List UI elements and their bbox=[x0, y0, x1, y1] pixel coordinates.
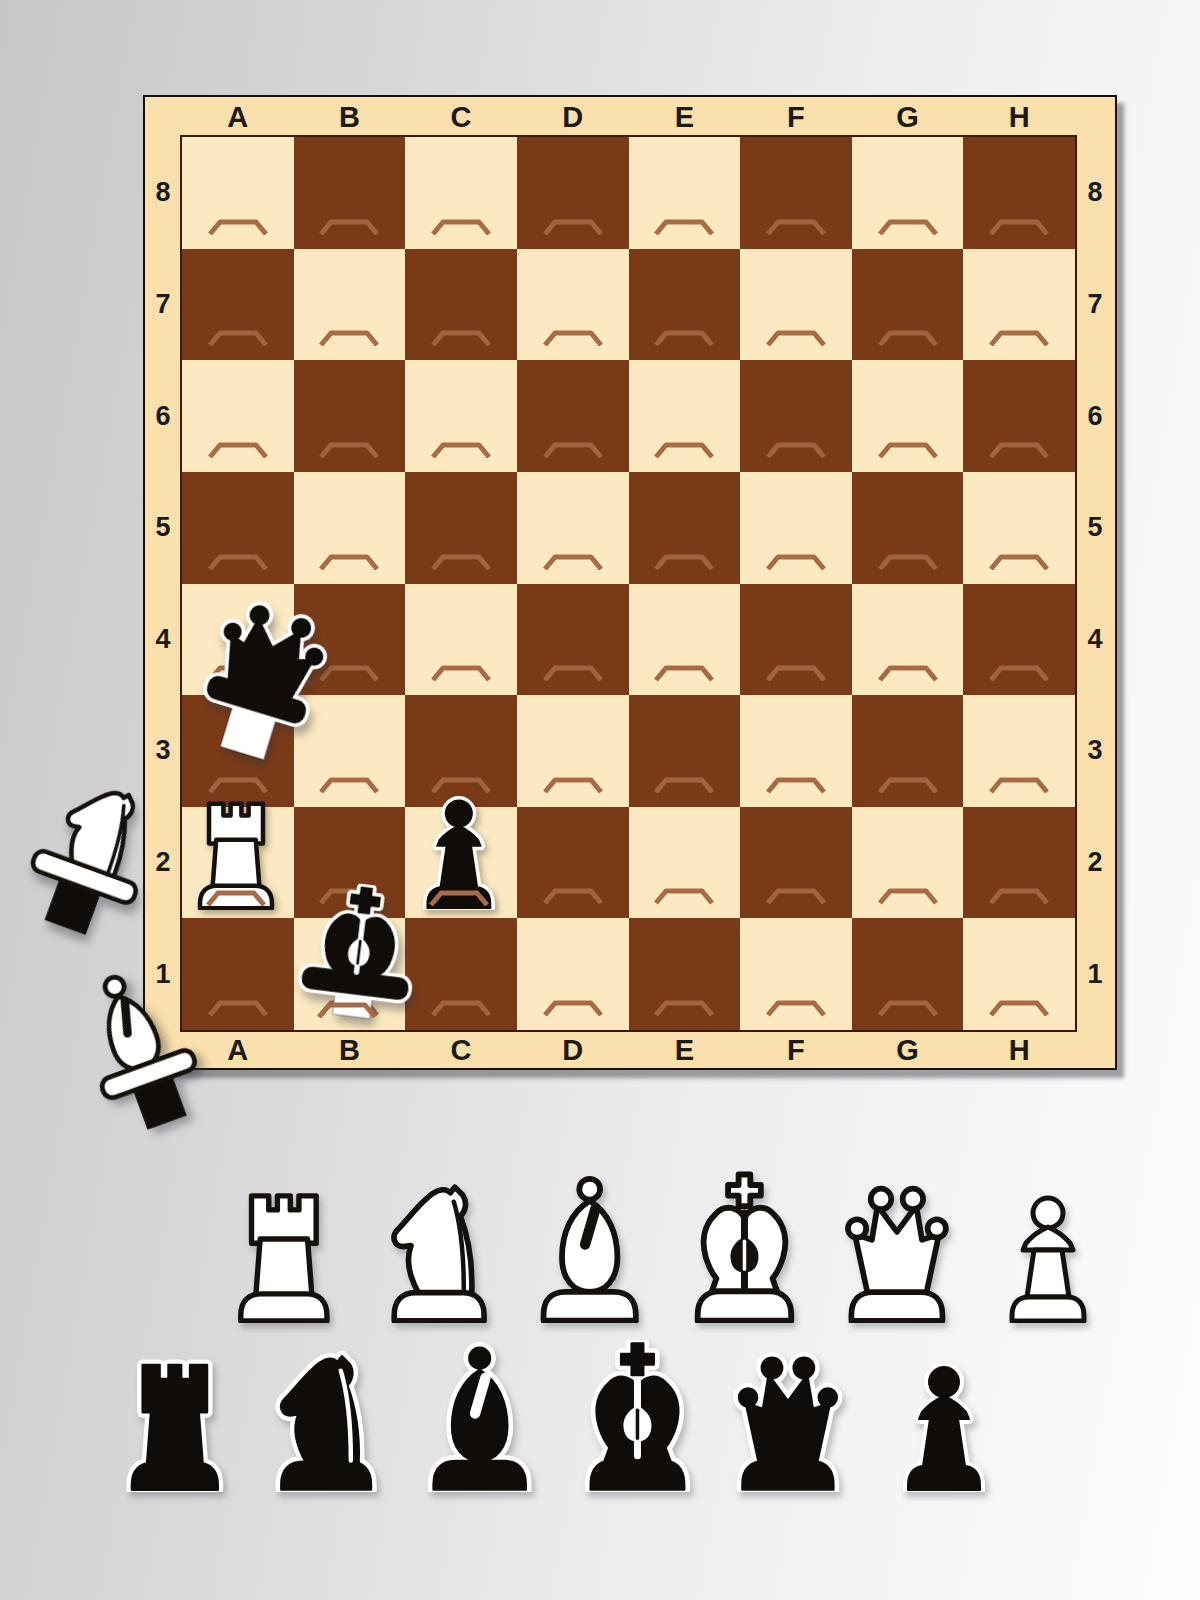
rank-label-left-6: 6 bbox=[155, 360, 170, 472]
square-f2[interactable] bbox=[740, 807, 852, 919]
square-g3[interactable] bbox=[852, 695, 964, 807]
rank-label-left-7: 7 bbox=[155, 249, 170, 361]
stand-slot-icon bbox=[876, 777, 940, 797]
stand-slot-icon bbox=[652, 219, 716, 239]
stand-slot-icon bbox=[764, 1000, 828, 1020]
stand-slot-icon bbox=[541, 1000, 605, 1020]
stand-slot-icon bbox=[317, 554, 381, 574]
stand-slot-icon bbox=[541, 442, 605, 462]
stand-slot-icon bbox=[652, 554, 716, 574]
square-c5[interactable] bbox=[405, 472, 517, 584]
stand-slot-icon bbox=[429, 442, 493, 462]
stand-slot-icon bbox=[429, 1000, 493, 1020]
file-label-top-h: H bbox=[963, 101, 1075, 134]
square-f3[interactable] bbox=[740, 695, 852, 807]
tray-white-rook[interactable] bbox=[230, 1183, 338, 1323]
stand-slot-icon bbox=[652, 1000, 716, 1020]
square-e5[interactable] bbox=[629, 472, 741, 584]
rank-label-left-8: 8 bbox=[155, 137, 170, 249]
square-f1[interactable] bbox=[740, 918, 852, 1030]
file-label-bottom-g: G bbox=[852, 1034, 964, 1067]
square-b7[interactable] bbox=[294, 249, 406, 361]
stand-slot-icon bbox=[987, 665, 1051, 685]
stand-slot-icon bbox=[317, 442, 381, 462]
stand-slot-icon bbox=[987, 777, 1051, 797]
tray-black-rook[interactable] bbox=[121, 1352, 229, 1492]
square-a7[interactable] bbox=[182, 249, 294, 361]
stand-slot-icon bbox=[764, 888, 828, 908]
square-g4[interactable] bbox=[852, 584, 964, 696]
stand-slot-icon bbox=[317, 777, 381, 797]
stand-slot-icon bbox=[876, 554, 940, 574]
rank-label-right-4: 4 bbox=[1087, 584, 1102, 696]
chess-board: ABCDEFGH ABCDEFGH 87654321 87654321 bbox=[143, 95, 1117, 1070]
stand-slot-icon bbox=[764, 554, 828, 574]
square-f8[interactable] bbox=[740, 137, 852, 249]
square-a8[interactable] bbox=[182, 137, 294, 249]
square-g1[interactable] bbox=[852, 918, 964, 1030]
file-label-top-g: G bbox=[852, 101, 964, 134]
tray-black-queen[interactable] bbox=[731, 1344, 845, 1492]
square-d2[interactable] bbox=[517, 807, 629, 919]
tray-black-bishop[interactable] bbox=[422, 1342, 537, 1492]
stand-slot-icon bbox=[876, 888, 940, 908]
square-g6[interactable] bbox=[852, 360, 964, 472]
stand-slot-icon bbox=[652, 442, 716, 462]
file-label-top-b: B bbox=[294, 101, 406, 134]
file-label-bottom-d: D bbox=[517, 1034, 629, 1067]
tray-black-knight[interactable] bbox=[270, 1346, 382, 1492]
square-c1[interactable] bbox=[405, 918, 517, 1030]
square-h3[interactable] bbox=[963, 695, 1075, 807]
square-d4[interactable] bbox=[517, 584, 629, 696]
square-d5[interactable] bbox=[517, 472, 629, 584]
tray-white-king[interactable] bbox=[686, 1171, 803, 1323]
rank-label-left-4: 4 bbox=[155, 584, 170, 696]
tray-white-pawn[interactable] bbox=[998, 1193, 1098, 1323]
square-h8[interactable] bbox=[963, 137, 1075, 249]
file-label-bottom-h: H bbox=[963, 1034, 1075, 1067]
stand-slot-icon bbox=[429, 554, 493, 574]
stand-slot-icon bbox=[764, 777, 828, 797]
square-d6[interactable] bbox=[517, 360, 629, 472]
stand-slot-icon bbox=[876, 330, 940, 350]
square-a6[interactable] bbox=[182, 360, 294, 472]
rank-label-right-6: 6 bbox=[1087, 360, 1102, 472]
stand-slot-icon bbox=[429, 665, 493, 685]
stand-slot-icon bbox=[206, 219, 270, 239]
square-e1[interactable] bbox=[629, 918, 741, 1030]
square-h5[interactable] bbox=[963, 472, 1075, 584]
stand-slot-icon bbox=[764, 665, 828, 685]
square-b5[interactable] bbox=[294, 472, 406, 584]
square-c4[interactable] bbox=[405, 584, 517, 696]
square-g8[interactable] bbox=[852, 137, 964, 249]
stand-slot-icon bbox=[876, 219, 940, 239]
rank-label-right-1: 1 bbox=[1087, 918, 1102, 1030]
stand-slot-icon bbox=[876, 442, 940, 462]
stand-slot-icon bbox=[764, 330, 828, 350]
stand-slot-icon bbox=[317, 330, 381, 350]
tray-white-queen[interactable] bbox=[840, 1175, 954, 1323]
rank-label-left-3: 3 bbox=[155, 695, 170, 807]
rank-labels-left: 87654321 bbox=[145, 137, 181, 1030]
file-label-bottom-e: E bbox=[629, 1034, 741, 1067]
file-label-top-e: E bbox=[629, 101, 741, 134]
square-c7[interactable] bbox=[405, 249, 517, 361]
stand-slot-icon bbox=[206, 330, 270, 350]
stand-slot-icon bbox=[206, 442, 270, 462]
stand-slot-icon bbox=[429, 330, 493, 350]
stand-slot-icon bbox=[987, 330, 1051, 350]
file-labels-bottom: ABCDEFGH bbox=[182, 1032, 1075, 1068]
file-label-top-d: D bbox=[517, 101, 629, 134]
rank-label-right-2: 2 bbox=[1087, 807, 1102, 919]
stand-slot-icon bbox=[541, 219, 605, 239]
rank-label-left-5: 5 bbox=[155, 472, 170, 584]
square-g5[interactable] bbox=[852, 472, 964, 584]
stand-slot-icon bbox=[987, 442, 1051, 462]
stand-slot-front bbox=[204, 890, 268, 906]
stand-slot-icon bbox=[317, 219, 381, 239]
file-label-bottom-f: F bbox=[740, 1034, 852, 1067]
rank-label-right-7: 7 bbox=[1087, 249, 1102, 361]
file-label-top-a: A bbox=[182, 101, 294, 134]
square-d8[interactable] bbox=[517, 137, 629, 249]
stand-slot-icon bbox=[876, 665, 940, 685]
square-e7[interactable] bbox=[629, 249, 741, 361]
square-a5[interactable] bbox=[182, 472, 294, 584]
square-h6[interactable] bbox=[963, 360, 1075, 472]
stand-slot-front bbox=[315, 1002, 379, 1018]
file-label-top-c: C bbox=[405, 101, 517, 134]
square-h7[interactable] bbox=[963, 249, 1075, 361]
tray-white-knight[interactable] bbox=[383, 1177, 495, 1323]
stand-slot-icon bbox=[764, 442, 828, 462]
square-c8[interactable] bbox=[405, 137, 517, 249]
square-h1[interactable] bbox=[963, 918, 1075, 1030]
stand-slot-icon bbox=[429, 777, 493, 797]
file-label-top-f: F bbox=[740, 101, 852, 134]
stand-slot-icon bbox=[876, 1000, 940, 1020]
stand-slot-icon bbox=[429, 219, 493, 239]
stand-slot-icon bbox=[652, 330, 716, 350]
square-e2[interactable] bbox=[629, 807, 741, 919]
stand-slot-icon bbox=[652, 777, 716, 797]
square-f5[interactable] bbox=[740, 472, 852, 584]
square-d1[interactable] bbox=[517, 918, 629, 1030]
page-background: ABCDEFGH ABCDEFGH 87654321 87654321 bbox=[0, 0, 1200, 1600]
file-labels-top: ABCDEFGH bbox=[182, 99, 1075, 135]
stand-slot-icon bbox=[764, 219, 828, 239]
square-e8[interactable] bbox=[629, 137, 741, 249]
stand-slot-icon bbox=[541, 777, 605, 797]
square-f6[interactable] bbox=[740, 360, 852, 472]
square-g7[interactable] bbox=[852, 249, 964, 361]
rank-labels-right: 87654321 bbox=[1077, 137, 1113, 1030]
stand-slot-icon bbox=[652, 888, 716, 908]
square-d3[interactable] bbox=[517, 695, 629, 807]
file-label-bottom-c: C bbox=[405, 1034, 517, 1067]
square-f7[interactable] bbox=[740, 249, 852, 361]
square-e4[interactable] bbox=[629, 584, 741, 696]
square-c3[interactable] bbox=[405, 695, 517, 807]
square-a1[interactable] bbox=[182, 918, 294, 1030]
square-d7[interactable] bbox=[517, 249, 629, 361]
square-b8[interactable] bbox=[294, 137, 406, 249]
tray-white-bishop[interactable] bbox=[532, 1173, 647, 1323]
file-label-bottom-b: B bbox=[294, 1034, 406, 1067]
stand-slot-icon bbox=[541, 554, 605, 574]
tray-black-king[interactable] bbox=[579, 1340, 696, 1492]
square-f4[interactable] bbox=[740, 584, 852, 696]
rank-label-right-3: 3 bbox=[1087, 695, 1102, 807]
rank-label-right-5: 5 bbox=[1087, 472, 1102, 584]
square-h4[interactable] bbox=[963, 584, 1075, 696]
stand-slot-front bbox=[427, 890, 491, 906]
stand-slot-icon bbox=[206, 1000, 270, 1020]
square-g2[interactable] bbox=[852, 807, 964, 919]
rank-label-right-8: 8 bbox=[1087, 137, 1102, 249]
square-e3[interactable] bbox=[629, 695, 741, 807]
stand-slot-icon bbox=[987, 554, 1051, 574]
tray-black-pawn[interactable] bbox=[894, 1362, 994, 1492]
square-h2[interactable] bbox=[963, 807, 1075, 919]
stand-slot-icon bbox=[652, 665, 716, 685]
square-b6[interactable] bbox=[294, 360, 406, 472]
stand-slot-icon bbox=[987, 1000, 1051, 1020]
square-e6[interactable] bbox=[629, 360, 741, 472]
stand-slot-icon bbox=[987, 888, 1051, 908]
stand-slot-icon bbox=[541, 665, 605, 685]
stand-slot-icon bbox=[541, 330, 605, 350]
stand-slot-icon bbox=[541, 888, 605, 908]
square-c6[interactable] bbox=[405, 360, 517, 472]
stand-slot-icon bbox=[206, 554, 270, 574]
stand-slot-icon bbox=[987, 219, 1051, 239]
